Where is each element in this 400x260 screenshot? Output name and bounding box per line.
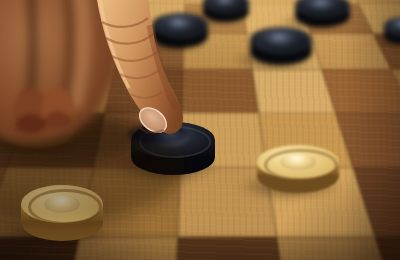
checker-dimple: [267, 34, 294, 46]
white-checker[interactable]: [2, 104, 74, 148]
active-black-checker[interactable]: [131, 122, 215, 175]
checker-dimple: [168, 19, 193, 31]
white-checker[interactable]: [21, 185, 103, 241]
black-checker[interactable]: [152, 13, 208, 48]
checker-dimple: [155, 131, 192, 148]
black-checker[interactable]: [250, 27, 312, 65]
checker-dimple: [44, 195, 80, 213]
black-checker[interactable]: [295, 0, 350, 27]
black-checker[interactable]: [384, 17, 400, 44]
checker-dimple: [22, 112, 54, 126]
checker-dimple: [280, 154, 316, 170]
checkers-photo-scene: [0, 0, 400, 260]
white-checker[interactable]: [257, 145, 339, 193]
black-checker[interactable]: [203, 0, 249, 22]
pieces-layer: [0, 0, 400, 260]
